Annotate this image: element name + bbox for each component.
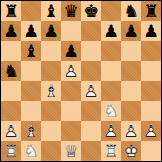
square-h1[interactable] — [141, 141, 161, 161]
square-d8[interactable]: ♛♕ — [61, 1, 81, 21]
black-knight-outline-icon: ♘ — [1, 61, 21, 81]
piece-white-pawn[interactable]: ♟♙ — [81, 81, 101, 101]
piece-white-pawn[interactable]: ♟♙ — [1, 121, 21, 141]
black-rook-outline-icon: ♖ — [1, 1, 21, 21]
white-pawn-outline-icon: ♙ — [121, 121, 141, 141]
square-g5[interactable] — [121, 61, 141, 81]
square-c2[interactable] — [41, 121, 61, 141]
white-pawn-outline-icon: ♙ — [141, 121, 161, 141]
square-g6[interactable] — [121, 41, 141, 61]
square-g7[interactable]: ♟♙ — [121, 21, 141, 41]
piece-black-pawn[interactable]: ♟♙ — [61, 41, 81, 61]
piece-black-rook[interactable]: ♜♖ — [1, 1, 21, 21]
square-a8[interactable]: ♜♖ — [1, 1, 21, 21]
piece-white-knight[interactable]: ♞♘ — [101, 101, 121, 121]
square-f8[interactable] — [101, 1, 121, 21]
square-e7[interactable] — [81, 21, 101, 41]
white-knight-outline-icon: ♘ — [21, 141, 41, 161]
black-pawn-outline-icon: ♙ — [21, 21, 41, 41]
square-a4[interactable] — [1, 81, 21, 101]
square-e4[interactable]: ♟♙ — [81, 81, 101, 101]
piece-white-knight[interactable]: ♞♘ — [21, 141, 41, 161]
piece-white-bishop[interactable]: ♝♗ — [21, 121, 41, 141]
black-pawn-outline-icon: ♙ — [101, 21, 121, 41]
piece-black-pawn[interactable]: ♟♙ — [41, 21, 61, 41]
square-c6[interactable] — [41, 41, 61, 61]
square-g8[interactable]: ♞♘ — [121, 1, 141, 21]
square-c1[interactable] — [41, 141, 61, 161]
square-b1[interactable]: ♞♘ — [21, 141, 41, 161]
black-king-outline-icon: ♔ — [81, 1, 101, 21]
square-c5[interactable] — [41, 61, 61, 81]
square-a1[interactable]: ♜♖ — [1, 141, 21, 161]
square-a2[interactable]: ♟♙ — [1, 121, 21, 141]
square-b8[interactable] — [21, 1, 41, 21]
square-h3[interactable] — [141, 101, 161, 121]
piece-white-rook[interactable]: ♜♖ — [1, 141, 21, 161]
black-pawn-outline-icon: ♙ — [141, 21, 161, 41]
white-king-outline-icon: ♔ — [121, 141, 141, 161]
square-h4[interactable] — [141, 81, 161, 101]
square-a3[interactable] — [1, 101, 21, 121]
square-c3[interactable] — [41, 101, 61, 121]
square-d3[interactable] — [61, 101, 81, 121]
black-pawn-outline-icon: ♙ — [41, 21, 61, 41]
piece-black-bishop[interactable]: ♝♗ — [41, 1, 61, 21]
square-b2[interactable]: ♝♗ — [21, 121, 41, 141]
black-bishop-outline-icon: ♗ — [41, 1, 61, 21]
square-a6[interactable] — [1, 41, 21, 61]
piece-white-pawn[interactable]: ♟♙ — [121, 121, 141, 141]
square-d2[interactable] — [61, 121, 81, 141]
square-b3[interactable] — [21, 101, 41, 121]
white-bishop-outline-icon: ♗ — [41, 81, 61, 101]
piece-white-bishop[interactable]: ♝♗ — [41, 81, 61, 101]
square-f2[interactable]: ♟♙ — [101, 121, 121, 141]
piece-black-pawn[interactable]: ♟♙ — [21, 21, 41, 41]
chess-board: ♜♖♝♗♛♕♚♔♞♘♜♖♟♙♟♙♟♙♟♙♟♙♟♙♝♗♟♙♞♘♟♙♝♗♟♙♞♘♟♙… — [0, 0, 162, 162]
black-bishop-outline-icon: ♗ — [21, 41, 41, 61]
black-pawn-outline-icon: ♙ — [121, 21, 141, 41]
piece-black-knight[interactable]: ♞♘ — [1, 61, 21, 81]
square-d5[interactable]: ♟♙ — [61, 61, 81, 81]
piece-white-queen[interactable]: ♛♕ — [61, 141, 81, 161]
piece-black-king[interactable]: ♚♔ — [81, 1, 101, 21]
square-f1[interactable]: ♜♖ — [101, 141, 121, 161]
square-h8[interactable]: ♜♖ — [141, 1, 161, 21]
square-g4[interactable] — [121, 81, 141, 101]
piece-black-pawn[interactable]: ♟♙ — [1, 21, 21, 41]
square-a7[interactable]: ♟♙ — [1, 21, 21, 41]
square-d7[interactable] — [61, 21, 81, 41]
square-d6[interactable]: ♟♙ — [61, 41, 81, 61]
piece-black-rook[interactable]: ♜♖ — [141, 1, 161, 21]
piece-black-queen[interactable]: ♛♕ — [61, 1, 81, 21]
piece-black-pawn[interactable]: ♟♙ — [141, 21, 161, 41]
square-b5[interactable] — [21, 61, 41, 81]
square-g3[interactable] — [121, 101, 141, 121]
square-f7[interactable]: ♟♙ — [101, 21, 121, 41]
square-g1[interactable]: ♚♔ — [121, 141, 141, 161]
square-f5[interactable] — [101, 61, 121, 81]
black-rook-outline-icon: ♖ — [141, 1, 161, 21]
square-e3[interactable] — [81, 101, 101, 121]
white-queen-outline-icon: ♕ — [61, 141, 81, 161]
square-e6[interactable] — [81, 41, 101, 61]
piece-white-pawn[interactable]: ♟♙ — [141, 121, 161, 141]
black-knight-outline-icon: ♘ — [121, 1, 141, 21]
piece-black-bishop[interactable]: ♝♗ — [21, 41, 41, 61]
white-knight-outline-icon: ♘ — [101, 101, 121, 121]
square-g2[interactable]: ♟♙ — [121, 121, 141, 141]
square-c4[interactable]: ♝♗ — [41, 81, 61, 101]
square-b6[interactable]: ♝♗ — [21, 41, 41, 61]
square-f4[interactable] — [101, 81, 121, 101]
white-pawn-outline-icon: ♙ — [81, 81, 101, 101]
square-b7[interactable]: ♟♙ — [21, 21, 41, 41]
white-pawn-outline-icon: ♙ — [1, 121, 21, 141]
square-b4[interactable] — [21, 81, 41, 101]
piece-white-rook[interactable]: ♜♖ — [101, 141, 121, 161]
white-rook-outline-icon: ♖ — [101, 141, 121, 161]
square-h6[interactable] — [141, 41, 161, 61]
square-h7[interactable]: ♟♙ — [141, 21, 161, 41]
white-rook-outline-icon: ♖ — [1, 141, 21, 161]
black-queen-outline-icon: ♕ — [61, 1, 81, 21]
square-d4[interactable] — [61, 81, 81, 101]
black-pawn-outline-icon: ♙ — [1, 21, 21, 41]
square-c8[interactable]: ♝♗ — [41, 1, 61, 21]
square-c7[interactable]: ♟♙ — [41, 21, 61, 41]
square-e5[interactable] — [81, 61, 101, 81]
square-e8[interactable]: ♚♔ — [81, 1, 101, 21]
piece-white-king[interactable]: ♚♔ — [121, 141, 141, 161]
piece-white-pawn[interactable]: ♟♙ — [61, 61, 81, 81]
black-pawn-outline-icon: ♙ — [61, 41, 81, 61]
square-d1[interactable]: ♛♕ — [61, 141, 81, 161]
piece-black-knight[interactable]: ♞♘ — [121, 1, 141, 21]
piece-white-pawn[interactable]: ♟♙ — [101, 121, 121, 141]
square-f6[interactable] — [101, 41, 121, 61]
square-h2[interactable]: ♟♙ — [141, 121, 161, 141]
square-f3[interactable]: ♞♘ — [101, 101, 121, 121]
square-e2[interactable] — [81, 121, 101, 141]
square-a5[interactable]: ♞♘ — [1, 61, 21, 81]
piece-black-pawn[interactable]: ♟♙ — [121, 21, 141, 41]
square-h5[interactable] — [141, 61, 161, 81]
white-pawn-outline-icon: ♙ — [61, 61, 81, 81]
square-e1[interactable] — [81, 141, 101, 161]
white-pawn-outline-icon: ♙ — [101, 121, 121, 141]
piece-black-pawn[interactable]: ♟♙ — [101, 21, 121, 41]
white-bishop-outline-icon: ♗ — [21, 121, 41, 141]
